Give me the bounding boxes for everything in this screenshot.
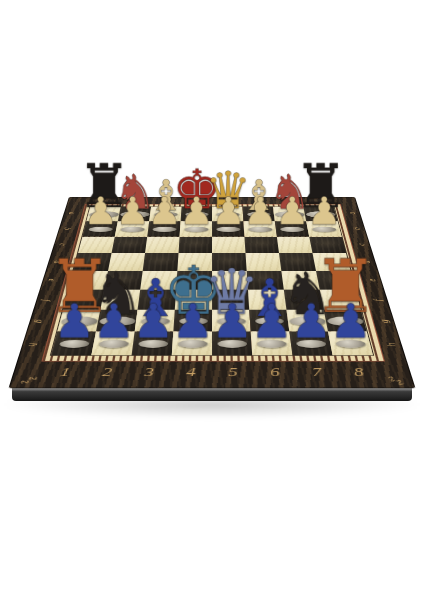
square-2c[interactable] [112, 237, 148, 253]
file-label-7: 7 [294, 362, 340, 384]
square-1b[interactable]: ♟ [82, 221, 117, 236]
square-2h[interactable]: ♟ [91, 332, 134, 356]
piece-bP-2b[interactable]: ♟ [115, 194, 149, 229]
file-label-6: 6 [253, 362, 297, 384]
rank-label-left-a: a [56, 210, 89, 217]
board-grid: ♜♞♝♚♛♝♞♜♟♟♟♟♟♟♟♟♜♞♝♚♛♝♞♜♟♟♟♟♟♟♟♟ [50, 206, 374, 355]
square-3h[interactable]: ♟ [132, 332, 174, 356]
scene: ∿∿ ∿∿ abcdefgh abcdefgh 12345678 ♜♞♝♚♛♝♞… [0, 0, 424, 600]
rank-label-left-b: b [51, 225, 85, 232]
piece-bP-4b[interactable]: ♟ [179, 194, 213, 229]
square-8b[interactable]: ♟ [306, 221, 341, 236]
piece-bP-6b[interactable]: ♟ [243, 194, 277, 229]
piece-wP-2h[interactable]: ♟ [92, 301, 134, 345]
square-6c[interactable] [244, 237, 279, 253]
photo-canvas: ∿∿ ∿∿ abcdefgh abcdefgh 12345678 ♜♞♝♚♛♝♞… [0, 0, 424, 600]
square-7b[interactable]: ♟ [275, 221, 309, 236]
square-5h[interactable]: ♟ [212, 332, 252, 356]
piece-wP-4h[interactable]: ♟ [171, 301, 213, 345]
piece-wP-8h[interactable]: ♟ [329, 301, 371, 345]
square-7c[interactable] [277, 237, 313, 253]
corner-flourish-right: ∿∿ [385, 374, 407, 387]
rank-label-right-a: a [335, 210, 368, 217]
square-4b[interactable]: ♟ [180, 221, 212, 236]
rank-label-right-b: b [339, 225, 373, 232]
mosaic-border: ♜♞♝♚♛♝♞♜♟♟♟♟♟♟♟♟♜♞♝♚♛♝♞♜♟♟♟♟♟♟♟♟ [41, 204, 385, 361]
board-edge [12, 388, 412, 401]
square-5b[interactable]: ♟ [212, 221, 244, 236]
piece-wP-7h[interactable]: ♟ [289, 301, 331, 345]
square-6h[interactable]: ♟ [251, 332, 293, 356]
square-6b[interactable]: ♟ [243, 221, 276, 236]
chess-board: ∿∿ ∿∿ abcdefgh abcdefgh 12345678 ♜♞♝♚♛♝♞… [8, 197, 415, 388]
corner-flourish-left: ∿∿ [17, 374, 39, 387]
piece-bP-3b[interactable]: ♟ [147, 194, 181, 229]
square-3b[interactable]: ♟ [147, 221, 180, 236]
board-shadow [4, 399, 420, 417]
file-label-2: 2 [84, 362, 130, 384]
file-label-8: 8 [336, 362, 383, 384]
piece-bP-7b[interactable]: ♟ [275, 194, 309, 229]
file-label-3: 3 [127, 362, 171, 384]
square-7h[interactable]: ♟ [289, 332, 332, 356]
piece-wP-6h[interactable]: ♟ [250, 301, 292, 345]
file-label-5: 5 [212, 362, 255, 384]
piece-wP-5h[interactable]: ♟ [211, 301, 253, 345]
square-2b[interactable]: ♟ [115, 221, 149, 236]
file-labels: 12345678 [41, 362, 383, 384]
square-8h[interactable]: ♟ [328, 332, 373, 356]
file-label-4: 4 [169, 362, 212, 384]
file-label-1: 1 [41, 362, 88, 384]
square-1h[interactable]: ♟ [51, 332, 96, 356]
square-4h[interactable]: ♟ [172, 332, 212, 356]
piece-bP-5b[interactable]: ♟ [211, 194, 245, 229]
piece-wP-1h[interactable]: ♟ [53, 301, 95, 345]
piece-wP-3h[interactable]: ♟ [132, 301, 174, 345]
